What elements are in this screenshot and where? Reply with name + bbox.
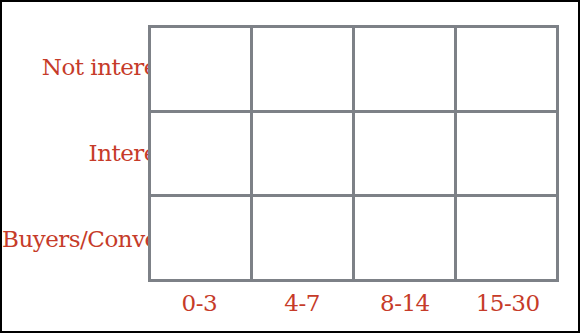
grid-cell-r1c4 [457, 28, 556, 110]
row-label-column: Not interested Interested Buyers/Convert… [2, 25, 137, 282]
grid-cell-r1c2 [253, 28, 352, 110]
grid-cell-r3c4 [457, 197, 556, 279]
grid-cell-r3c3 [355, 197, 454, 279]
col-label-8-14: 8-14 [354, 286, 457, 320]
grid-cell-r2c4 [457, 113, 556, 195]
grid-cell-r2c3 [355, 113, 454, 195]
grid-cell-r3c2 [253, 197, 352, 279]
col-label-0-3: 0-3 [148, 286, 251, 320]
grid-cell-r2c1 [151, 113, 250, 195]
grid-cell-r2c2 [253, 113, 352, 195]
grid-cell-r3c1 [151, 197, 250, 279]
col-label-4-7: 4-7 [251, 286, 354, 320]
grid-cell-r1c1 [151, 28, 250, 110]
grid-cell-r1c3 [355, 28, 454, 110]
matrix-grid [148, 25, 559, 282]
col-label-15-30: 15-30 [456, 286, 559, 320]
col-label-row: 0-3 4-7 8-14 15-30 [148, 286, 559, 320]
diagram-frame: Not interested Interested Buyers/Convert… [0, 0, 580, 333]
